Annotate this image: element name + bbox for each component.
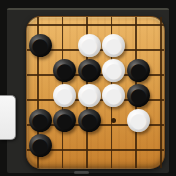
go-board[interactable]: ●●●●●●●●●●●●●●●● — [26, 16, 165, 169]
black-stone[interactable]: ● — [78, 59, 101, 82]
black-stone[interactable]: ● — [127, 59, 150, 82]
black-stone[interactable]: ● — [78, 109, 101, 132]
black-stone[interactable]: ● — [29, 109, 52, 132]
black-stone[interactable]: ● — [29, 34, 52, 57]
star-point — [111, 118, 116, 123]
black-stone[interactable]: ● — [29, 134, 52, 157]
black-stone[interactable]: ● — [127, 84, 150, 107]
white-stone[interactable]: ● — [53, 84, 76, 107]
side-drawer-tab[interactable] — [0, 95, 16, 140]
white-stone[interactable]: ● — [102, 34, 125, 57]
white-stone[interactable]: ● — [78, 34, 101, 57]
white-stone[interactable]: ● — [102, 59, 125, 82]
white-stone[interactable]: ● — [78, 84, 101, 107]
grid-line-horizontal — [27, 24, 164, 26]
black-stone[interactable]: ● — [53, 59, 76, 82]
black-stone[interactable]: ● — [53, 109, 76, 132]
screenshot-root: ●●●●●●●●●●●●●●●● — [0, 0, 176, 176]
grid-line-vertical — [160, 17, 162, 168]
white-stone[interactable]: ● — [127, 109, 150, 132]
white-stone[interactable]: ● — [102, 84, 125, 107]
bottom-smudge — [74, 171, 89, 174]
